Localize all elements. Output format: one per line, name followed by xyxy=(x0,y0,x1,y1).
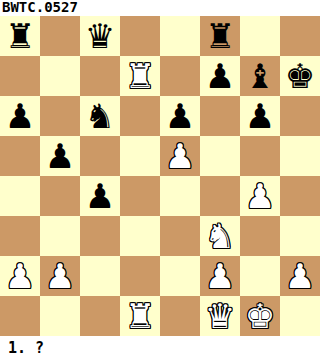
square-c1[interactable] xyxy=(80,296,120,336)
black-knight-c6: ♞ xyxy=(85,96,115,136)
black-pawn-f7: ♟ xyxy=(205,56,235,96)
square-g4[interactable]: ♟ xyxy=(240,176,280,216)
square-g5[interactable] xyxy=(240,136,280,176)
square-c7[interactable] xyxy=(80,56,120,96)
square-e4[interactable] xyxy=(160,176,200,216)
square-h8[interactable] xyxy=(280,16,320,56)
white-pawn-a2: ♟ xyxy=(5,256,35,296)
black-pawn-b5: ♟ xyxy=(45,136,75,176)
white-king-g1: ♚ xyxy=(245,296,275,336)
square-f4[interactable] xyxy=(200,176,240,216)
square-b5[interactable]: ♟ xyxy=(40,136,80,176)
square-b2[interactable]: ♟ xyxy=(40,256,80,296)
white-pawn-f2: ♟ xyxy=(205,256,235,296)
chess-board: ♜♛♜♜♟♝♚♟♞♟♟♟♟♟♟♞♟♟♟♟♜♛♚ xyxy=(0,16,320,336)
black-rook-a8: ♜ xyxy=(5,16,35,56)
square-b3[interactable] xyxy=(40,216,80,256)
white-pawn-e5: ♟ xyxy=(165,136,195,176)
white-pawn-b2: ♟ xyxy=(45,256,75,296)
black-bishop-g7: ♝ xyxy=(245,56,275,96)
square-h4[interactable] xyxy=(280,176,320,216)
square-a3[interactable] xyxy=(0,216,40,256)
square-b8[interactable] xyxy=(40,16,80,56)
black-pawn-e6: ♟ xyxy=(165,96,195,136)
square-c8[interactable]: ♛ xyxy=(80,16,120,56)
square-e7[interactable] xyxy=(160,56,200,96)
square-b1[interactable] xyxy=(40,296,80,336)
white-rook-d7: ♜ xyxy=(125,56,155,96)
square-h7[interactable]: ♚ xyxy=(280,56,320,96)
square-d7[interactable]: ♜ xyxy=(120,56,160,96)
black-pawn-g6: ♟ xyxy=(245,96,275,136)
black-queen-c8: ♛ xyxy=(85,16,115,56)
square-e1[interactable] xyxy=(160,296,200,336)
square-a1[interactable] xyxy=(0,296,40,336)
white-pawn-g4: ♟ xyxy=(245,176,275,216)
white-pawn-h2: ♟ xyxy=(285,256,315,296)
puzzle-title: BWTC.0527 xyxy=(0,0,320,16)
black-king-h7: ♚ xyxy=(285,56,315,96)
square-f5[interactable] xyxy=(200,136,240,176)
square-d4[interactable] xyxy=(120,176,160,216)
white-rook-d1: ♜ xyxy=(125,296,155,336)
square-h2[interactable]: ♟ xyxy=(280,256,320,296)
square-d3[interactable] xyxy=(120,216,160,256)
square-f2[interactable]: ♟ xyxy=(200,256,240,296)
black-rook-f8: ♜ xyxy=(205,16,235,56)
square-e6[interactable]: ♟ xyxy=(160,96,200,136)
square-h5[interactable] xyxy=(280,136,320,176)
square-a6[interactable]: ♟ xyxy=(0,96,40,136)
square-g7[interactable]: ♝ xyxy=(240,56,280,96)
square-c3[interactable] xyxy=(80,216,120,256)
black-pawn-a6: ♟ xyxy=(5,96,35,136)
square-f1[interactable]: ♛ xyxy=(200,296,240,336)
square-a2[interactable]: ♟ xyxy=(0,256,40,296)
square-h3[interactable] xyxy=(280,216,320,256)
square-e5[interactable]: ♟ xyxy=(160,136,200,176)
square-b6[interactable] xyxy=(40,96,80,136)
square-f6[interactable] xyxy=(200,96,240,136)
square-g3[interactable] xyxy=(240,216,280,256)
square-c2[interactable] xyxy=(80,256,120,296)
square-e8[interactable] xyxy=(160,16,200,56)
square-f7[interactable]: ♟ xyxy=(200,56,240,96)
square-f8[interactable]: ♜ xyxy=(200,16,240,56)
white-knight-f3: ♞ xyxy=(205,216,235,256)
square-h1[interactable] xyxy=(280,296,320,336)
square-a5[interactable] xyxy=(0,136,40,176)
square-c5[interactable] xyxy=(80,136,120,176)
square-c6[interactable]: ♞ xyxy=(80,96,120,136)
square-b7[interactable] xyxy=(40,56,80,96)
square-f3[interactable]: ♞ xyxy=(200,216,240,256)
square-d6[interactable] xyxy=(120,96,160,136)
square-d8[interactable] xyxy=(120,16,160,56)
white-queen-f1: ♛ xyxy=(205,296,235,336)
square-d5[interactable] xyxy=(120,136,160,176)
square-a7[interactable] xyxy=(0,56,40,96)
square-a4[interactable] xyxy=(0,176,40,216)
square-a8[interactable]: ♜ xyxy=(0,16,40,56)
square-g1[interactable]: ♚ xyxy=(240,296,280,336)
square-h6[interactable] xyxy=(280,96,320,136)
square-g6[interactable]: ♟ xyxy=(240,96,280,136)
move-prompt: 1. ? xyxy=(0,336,320,360)
black-pawn-c4: ♟ xyxy=(85,176,115,216)
square-b4[interactable] xyxy=(40,176,80,216)
square-c4[interactable]: ♟ xyxy=(80,176,120,216)
square-e3[interactable] xyxy=(160,216,200,256)
chess-puzzle-window: BWTC.0527 ♜♛♜♜♟♝♚♟♞♟♟♟♟♟♟♞♟♟♟♟♜♛♚ 1. ? xyxy=(0,0,320,360)
square-d2[interactable] xyxy=(120,256,160,296)
square-g2[interactable] xyxy=(240,256,280,296)
square-e2[interactable] xyxy=(160,256,200,296)
square-g8[interactable] xyxy=(240,16,280,56)
square-d1[interactable]: ♜ xyxy=(120,296,160,336)
